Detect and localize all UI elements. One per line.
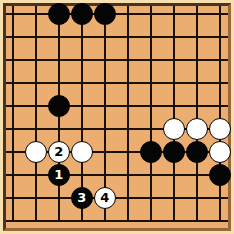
stone-black [48,3,70,25]
move-number: 4 [100,191,109,204]
stone-black [186,141,208,163]
stone-white [209,141,231,163]
stone-white-move-4: 4 [94,187,116,209]
stone-black [140,141,162,163]
stone-black-move-1: 1 [48,164,70,186]
move-number: 1 [54,168,63,181]
stone-white [71,141,93,163]
stone-black [48,95,70,117]
stone-white [163,118,185,140]
stone-black [209,164,231,186]
stone-white [186,118,208,140]
move-number: 2 [54,145,63,158]
move-number: 3 [77,191,86,204]
stone-black [94,3,116,25]
stone-black-move-3: 3 [71,187,93,209]
stones-layer: 2134 [1,2,231,232]
stone-white [209,118,231,140]
go-diagram: 2134 [0,0,234,234]
stone-black [163,141,185,163]
stone-white [25,141,47,163]
stone-white-move-2: 2 [48,141,70,163]
stone-black [71,3,93,25]
